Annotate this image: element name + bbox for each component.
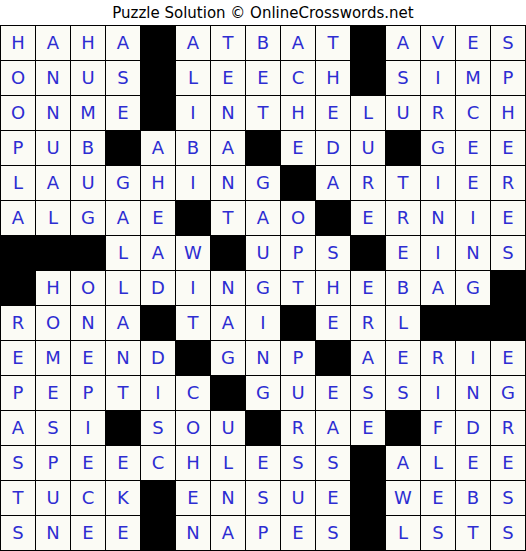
letter-cell-r1c1: H (1, 26, 35, 60)
black-cell-r1c11 (351, 26, 385, 60)
letter-cell-r9c2: O (36, 306, 70, 340)
black-cell-r8c15 (491, 271, 525, 305)
letter-cell-r5c15: R (491, 166, 525, 200)
letter-cell-r4c11: U (351, 131, 385, 165)
letter-cell-r12c15: R (491, 411, 525, 445)
letter-cell-r9c12: L (386, 306, 420, 340)
letter-cell-r14c14: B (456, 481, 490, 515)
letter-cell-r15c13: S (421, 516, 455, 550)
letter-cell-r3c14: C (456, 96, 490, 130)
letter-cell-r4c14: E (456, 131, 490, 165)
letter-cell-r2c6: L (176, 61, 210, 95)
letter-cell-r10c11: A (351, 341, 385, 375)
letter-cell-r7c10: S (316, 236, 350, 270)
letter-cell-r6c12: R (386, 201, 420, 235)
letter-cell-r10c13: R (421, 341, 455, 375)
letter-cell-r12c9: R (281, 411, 315, 445)
letter-cell-r2c3: U (71, 61, 105, 95)
letter-cell-r9c4: A (106, 306, 140, 340)
letter-cell-r11c2: E (36, 376, 70, 410)
letter-cell-r1c15: S (491, 26, 525, 60)
letter-cell-r3c9: H (281, 96, 315, 130)
letter-cell-r6c8: A (246, 201, 280, 235)
letter-cell-r9c6: T (176, 306, 210, 340)
letter-cell-r2c7: E (211, 61, 245, 95)
black-cell-r15c5 (141, 516, 175, 550)
letter-cell-r10c12: E (386, 341, 420, 375)
letter-cell-r11c15: G (491, 376, 525, 410)
letter-cell-r3c7: N (211, 96, 245, 130)
letter-cell-r1c14: E (456, 26, 490, 60)
letter-cell-r9c3: N (71, 306, 105, 340)
letter-cell-r14c2: U (36, 481, 70, 515)
black-cell-r4c8 (246, 131, 280, 165)
letter-cell-r4c7: A (211, 131, 245, 165)
letter-cell-r9c10: E (316, 306, 350, 340)
letter-cell-r11c5: I (141, 376, 175, 410)
letter-cell-r5c11: R (351, 166, 385, 200)
letter-cell-r15c1: S (1, 516, 35, 550)
letter-cell-r15c7: A (211, 516, 245, 550)
black-cell-r4c12 (386, 131, 420, 165)
letter-cell-r6c7: T (211, 201, 245, 235)
letter-cell-r5c8: G (246, 166, 280, 200)
black-cell-r9c9 (281, 306, 315, 340)
letter-cell-r6c4: A (106, 201, 140, 235)
black-cell-r10c10 (316, 341, 350, 375)
letter-cell-r1c6: A (176, 26, 210, 60)
letter-cell-r14c8: S (246, 481, 280, 515)
letter-cell-r7c13: I (421, 236, 455, 270)
letter-cell-r5c13: I (421, 166, 455, 200)
letter-cell-r14c6: E (176, 481, 210, 515)
letter-cell-r10c2: M (36, 341, 70, 375)
letter-cell-r6c2: L (36, 201, 70, 235)
letter-cell-r6c14: I (456, 201, 490, 235)
letter-cell-r6c11: E (351, 201, 385, 235)
letter-cell-r10c4: N (106, 341, 140, 375)
letter-cell-r15c2: N (36, 516, 70, 550)
letter-cell-r2c8: E (246, 61, 280, 95)
letter-cell-r5c7: N (211, 166, 245, 200)
letter-cell-r13c3: E (71, 446, 105, 480)
letter-cell-r12c1: A (1, 411, 35, 445)
letter-cell-r14c10: E (316, 481, 350, 515)
letter-cell-r2c1: O (1, 61, 35, 95)
letter-cell-r8c8: G (246, 271, 280, 305)
letter-cell-r2c10: H (316, 61, 350, 95)
letter-cell-r10c9: P (281, 341, 315, 375)
black-cell-r6c10 (316, 201, 350, 235)
letter-cell-r12c10: A (316, 411, 350, 445)
letter-cell-r12c7: U (211, 411, 245, 445)
letter-cell-r14c9: U (281, 481, 315, 515)
black-cell-r8c1 (1, 271, 35, 305)
letter-cell-r2c2: N (36, 61, 70, 95)
letter-cell-r6c15: E (491, 201, 525, 235)
letter-cell-r5c5: H (141, 166, 175, 200)
letter-cell-r13c4: E (106, 446, 140, 480)
letter-cell-r14c7: N (211, 481, 245, 515)
black-cell-r11c7 (211, 376, 245, 410)
black-cell-r7c11 (351, 236, 385, 270)
letter-cell-r1c12: A (386, 26, 420, 60)
letter-cell-r8c6: I (176, 271, 210, 305)
letter-cell-r6c9: O (281, 201, 315, 235)
black-cell-r2c11 (351, 61, 385, 95)
letter-cell-r5c6: I (176, 166, 210, 200)
letter-cell-r7c9: P (281, 236, 315, 270)
letter-cell-r14c3: C (71, 481, 105, 515)
letter-cell-r8c9: T (281, 271, 315, 305)
letter-cell-r8c3: O (71, 271, 105, 305)
letter-cell-r7c5: A (141, 236, 175, 270)
letter-cell-r13c2: P (36, 446, 70, 480)
letter-cell-r2c15: P (491, 61, 525, 95)
letter-cell-r9c7: A (211, 306, 245, 340)
letter-cell-r13c13: L (421, 446, 455, 480)
letter-cell-r10c15: E (491, 341, 525, 375)
letter-cell-r2c9: C (281, 61, 315, 95)
letter-cell-r7c15: S (491, 236, 525, 270)
letter-cell-r8c7: N (211, 271, 245, 305)
black-cell-r14c11 (351, 481, 385, 515)
letter-cell-r8c14: G (456, 271, 490, 305)
letter-cell-r9c8: I (246, 306, 280, 340)
letter-cell-r11c3: P (71, 376, 105, 410)
letter-cell-r2c12: S (386, 61, 420, 95)
letter-cell-r14c4: K (106, 481, 140, 515)
letter-cell-r4c9: E (281, 131, 315, 165)
letter-cell-r15c12: L (386, 516, 420, 550)
letter-cell-r11c13: I (421, 376, 455, 410)
letter-cell-r6c13: N (421, 201, 455, 235)
letter-cell-r12c11: E (351, 411, 385, 445)
letter-cell-r6c1: A (1, 201, 35, 235)
black-cell-r4c4 (106, 131, 140, 165)
letter-cell-r8c4: L (106, 271, 140, 305)
letter-cell-r1c13: V (421, 26, 455, 60)
letter-cell-r8c10: H (316, 271, 350, 305)
letter-cell-r5c4: G (106, 166, 140, 200)
letter-cell-r5c12: T (386, 166, 420, 200)
black-cell-r7c7 (211, 236, 245, 270)
black-cell-r9c5 (141, 306, 175, 340)
black-cell-r12c4 (106, 411, 140, 445)
puzzle-solution-page: Puzzle Solution © OnlineCrosswords.net H… (0, 0, 526, 551)
letter-cell-r3c12: U (386, 96, 420, 130)
letter-cell-r13c8: E (246, 446, 280, 480)
letter-cell-r3c15: H (491, 96, 525, 130)
letter-cell-r7c14: N (456, 236, 490, 270)
letter-cell-r4c1: P (1, 131, 35, 165)
letter-cell-r15c4: E (106, 516, 140, 550)
letter-cell-r15c6: N (176, 516, 210, 550)
letter-cell-r9c1: R (1, 306, 35, 340)
letter-cell-r13c6: H (176, 446, 210, 480)
black-cell-r7c1 (1, 236, 35, 270)
letter-cell-r10c7: G (211, 341, 245, 375)
letter-cell-r1c4: A (106, 26, 140, 60)
letter-cell-r14c15: S (491, 481, 525, 515)
letter-cell-r9c11: R (351, 306, 385, 340)
letter-cell-r8c13: A (421, 271, 455, 305)
letter-cell-r4c6: B (176, 131, 210, 165)
letter-cell-r11c4: T (106, 376, 140, 410)
letter-cell-r7c8: U (246, 236, 280, 270)
letter-cell-r11c9: U (281, 376, 315, 410)
black-cell-r9c13 (421, 306, 455, 340)
letter-cell-r1c10: T (316, 26, 350, 60)
letter-cell-r13c7: L (211, 446, 245, 480)
letter-cell-r5c1: L (1, 166, 35, 200)
letter-cell-r4c3: B (71, 131, 105, 165)
letter-cell-r11c14: N (456, 376, 490, 410)
letter-cell-r2c4: S (106, 61, 140, 95)
black-cell-r9c14 (456, 306, 490, 340)
letter-cell-r13c9: S (281, 446, 315, 480)
letter-cell-r15c9: E (281, 516, 315, 550)
letter-cell-r10c8: N (246, 341, 280, 375)
black-cell-r14c5 (141, 481, 175, 515)
letter-cell-r6c3: G (71, 201, 105, 235)
letter-cell-r12c6: O (176, 411, 210, 445)
black-cell-r7c2 (36, 236, 70, 270)
black-cell-r12c12 (386, 411, 420, 445)
black-cell-r3c5 (141, 96, 175, 130)
black-cell-r12c8 (246, 411, 280, 445)
letter-cell-r12c2: S (36, 411, 70, 445)
black-cell-r5c9 (281, 166, 315, 200)
crossword-grid: HAHAATBATAVESONUSLEECHSIMPONMEINTHELURCH… (0, 25, 526, 551)
letter-cell-r7c4: L (106, 236, 140, 270)
letter-cell-r15c8: P (246, 516, 280, 550)
black-cell-r9c15 (491, 306, 525, 340)
letter-cell-r15c14: T (456, 516, 490, 550)
letter-cell-r12c5: S (141, 411, 175, 445)
letter-cell-r3c11: L (351, 96, 385, 130)
letter-cell-r1c8: B (246, 26, 280, 60)
letter-cell-r11c10: E (316, 376, 350, 410)
letter-cell-r15c15: S (491, 516, 525, 550)
letter-cell-r2c13: I (421, 61, 455, 95)
letter-cell-r1c2: A (36, 26, 70, 60)
letter-cell-r4c5: A (141, 131, 175, 165)
letter-cell-r3c4: E (106, 96, 140, 130)
letter-cell-r1c9: A (281, 26, 315, 60)
letter-cell-r8c11: E (351, 271, 385, 305)
letter-cell-r2c14: M (456, 61, 490, 95)
letter-cell-r15c3: E (71, 516, 105, 550)
letter-cell-r7c6: W (176, 236, 210, 270)
letter-cell-r13c14: E (456, 446, 490, 480)
letter-cell-r5c3: U (71, 166, 105, 200)
letter-cell-r14c12: W (386, 481, 420, 515)
letter-cell-r12c13: F (421, 411, 455, 445)
black-cell-r13c11 (351, 446, 385, 480)
letter-cell-r10c3: E (71, 341, 105, 375)
black-cell-r10c6 (176, 341, 210, 375)
letter-cell-r7c12: E (386, 236, 420, 270)
black-cell-r2c5 (141, 61, 175, 95)
letter-cell-r5c10: A (316, 166, 350, 200)
letter-cell-r13c1: S (1, 446, 35, 480)
letter-cell-r10c5: D (141, 341, 175, 375)
letter-cell-r8c5: D (141, 271, 175, 305)
letter-cell-r13c10: S (316, 446, 350, 480)
letter-cell-r11c11: S (351, 376, 385, 410)
letter-cell-r13c15: E (491, 446, 525, 480)
letter-cell-r4c10: D (316, 131, 350, 165)
page-title: Puzzle Solution © OnlineCrosswords.net (0, 0, 526, 25)
letter-cell-r3c2: N (36, 96, 70, 130)
letter-cell-r12c14: D (456, 411, 490, 445)
letter-cell-r3c10: E (316, 96, 350, 130)
letter-cell-r11c8: G (246, 376, 280, 410)
black-cell-r7c3 (71, 236, 105, 270)
letter-cell-r13c5: C (141, 446, 175, 480)
letter-cell-r11c12: S (386, 376, 420, 410)
black-cell-r15c11 (351, 516, 385, 550)
letter-cell-r12c3: I (71, 411, 105, 445)
letter-cell-r10c14: I (456, 341, 490, 375)
letter-cell-r6c5: E (141, 201, 175, 235)
letter-cell-r1c7: T (211, 26, 245, 60)
letter-cell-r3c6: I (176, 96, 210, 130)
letter-cell-r10c1: E (1, 341, 35, 375)
letter-cell-r1c3: H (71, 26, 105, 60)
letter-cell-r3c13: R (421, 96, 455, 130)
black-cell-r1c5 (141, 26, 175, 60)
letter-cell-r3c8: T (246, 96, 280, 130)
letter-cell-r14c13: E (421, 481, 455, 515)
letter-cell-r11c1: P (1, 376, 35, 410)
letter-cell-r5c14: E (456, 166, 490, 200)
letter-cell-r11c6: C (176, 376, 210, 410)
letter-cell-r3c3: M (71, 96, 105, 130)
letter-cell-r14c1: T (1, 481, 35, 515)
letter-cell-r5c2: A (36, 166, 70, 200)
letter-cell-r4c15: E (491, 131, 525, 165)
letter-cell-r3c1: O (1, 96, 35, 130)
letter-cell-r8c12: B (386, 271, 420, 305)
black-cell-r6c6 (176, 201, 210, 235)
letter-cell-r15c10: S (316, 516, 350, 550)
letter-cell-r4c2: U (36, 131, 70, 165)
letter-cell-r13c12: A (386, 446, 420, 480)
letter-cell-r4c13: G (421, 131, 455, 165)
letter-cell-r8c2: H (36, 271, 70, 305)
